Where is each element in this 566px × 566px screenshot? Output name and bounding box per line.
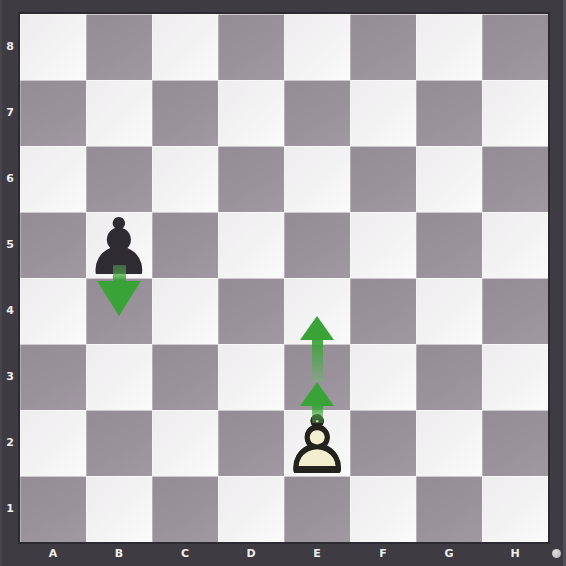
move-indicator-dot bbox=[552, 549, 561, 558]
chessboard-frame: 87654321ABCDEFGH♟♟♙ bbox=[0, 0, 566, 566]
square-c2[interactable] bbox=[152, 410, 218, 476]
square-h3[interactable] bbox=[482, 344, 548, 410]
square-b3[interactable] bbox=[86, 344, 152, 410]
square-a4[interactable] bbox=[20, 278, 86, 344]
square-d7[interactable] bbox=[218, 80, 284, 146]
square-g4[interactable] bbox=[416, 278, 482, 344]
square-b1[interactable] bbox=[86, 476, 152, 542]
file-label-f: F bbox=[350, 542, 416, 566]
rank-label-6: 6 bbox=[0, 146, 20, 212]
square-f2[interactable] bbox=[350, 410, 416, 476]
square-c5[interactable] bbox=[152, 212, 218, 278]
rank-label-5: 5 bbox=[0, 212, 20, 278]
square-a7[interactable] bbox=[20, 80, 86, 146]
square-f8[interactable] bbox=[350, 14, 416, 80]
square-g1[interactable] bbox=[416, 476, 482, 542]
square-g7[interactable] bbox=[416, 80, 482, 146]
square-a2[interactable] bbox=[20, 410, 86, 476]
square-e1[interactable] bbox=[284, 476, 350, 542]
file-label-g: G bbox=[416, 542, 482, 566]
square-h8[interactable] bbox=[482, 14, 548, 80]
rank-label-7: 7 bbox=[0, 80, 20, 146]
square-a6[interactable] bbox=[20, 146, 86, 212]
file-label-h: H bbox=[482, 542, 548, 566]
square-h4[interactable] bbox=[482, 278, 548, 344]
square-e7[interactable] bbox=[284, 80, 350, 146]
frame-left-bevel bbox=[0, 0, 2, 566]
square-a8[interactable] bbox=[20, 14, 86, 80]
square-d8[interactable] bbox=[218, 14, 284, 80]
rank-label-8: 8 bbox=[0, 14, 20, 80]
square-f3[interactable] bbox=[350, 344, 416, 410]
square-g6[interactable] bbox=[416, 146, 482, 212]
rank-label-3: 3 bbox=[0, 344, 20, 410]
square-c4[interactable] bbox=[152, 278, 218, 344]
chessboard bbox=[20, 14, 548, 542]
square-h7[interactable] bbox=[482, 80, 548, 146]
square-b6[interactable] bbox=[86, 146, 152, 212]
square-g8[interactable] bbox=[416, 14, 482, 80]
square-d3[interactable] bbox=[218, 344, 284, 410]
square-c1[interactable] bbox=[152, 476, 218, 542]
square-c3[interactable] bbox=[152, 344, 218, 410]
file-label-b: B bbox=[86, 542, 152, 566]
square-b2[interactable] bbox=[86, 410, 152, 476]
square-f1[interactable] bbox=[350, 476, 416, 542]
square-e8[interactable] bbox=[284, 14, 350, 80]
square-g2[interactable] bbox=[416, 410, 482, 476]
square-b5[interactable] bbox=[86, 212, 152, 278]
rank-label-2: 2 bbox=[0, 410, 20, 476]
file-label-a: A bbox=[20, 542, 86, 566]
square-d6[interactable] bbox=[218, 146, 284, 212]
square-e3[interactable] bbox=[284, 344, 350, 410]
square-f4[interactable] bbox=[350, 278, 416, 344]
square-d2[interactable] bbox=[218, 410, 284, 476]
square-f6[interactable] bbox=[350, 146, 416, 212]
square-b8[interactable] bbox=[86, 14, 152, 80]
square-g3[interactable] bbox=[416, 344, 482, 410]
square-a1[interactable] bbox=[20, 476, 86, 542]
square-c6[interactable] bbox=[152, 146, 218, 212]
square-b7[interactable] bbox=[86, 80, 152, 146]
square-d4[interactable] bbox=[218, 278, 284, 344]
square-h6[interactable] bbox=[482, 146, 548, 212]
rank-label-1: 1 bbox=[0, 476, 20, 542]
square-c7[interactable] bbox=[152, 80, 218, 146]
square-h5[interactable] bbox=[482, 212, 548, 278]
square-e5[interactable] bbox=[284, 212, 350, 278]
square-g5[interactable] bbox=[416, 212, 482, 278]
square-h2[interactable] bbox=[482, 410, 548, 476]
square-a5[interactable] bbox=[20, 212, 86, 278]
square-e4[interactable] bbox=[284, 278, 350, 344]
rank-label-4: 4 bbox=[0, 278, 20, 344]
square-d5[interactable] bbox=[218, 212, 284, 278]
square-e6[interactable] bbox=[284, 146, 350, 212]
file-label-d: D bbox=[218, 542, 284, 566]
square-e2[interactable] bbox=[284, 410, 350, 476]
square-c8[interactable] bbox=[152, 14, 218, 80]
square-b4[interactable] bbox=[86, 278, 152, 344]
square-a3[interactable] bbox=[20, 344, 86, 410]
square-f5[interactable] bbox=[350, 212, 416, 278]
square-d1[interactable] bbox=[218, 476, 284, 542]
file-label-c: C bbox=[152, 542, 218, 566]
square-f7[interactable] bbox=[350, 80, 416, 146]
file-label-e: E bbox=[284, 542, 350, 566]
square-h1[interactable] bbox=[482, 476, 548, 542]
